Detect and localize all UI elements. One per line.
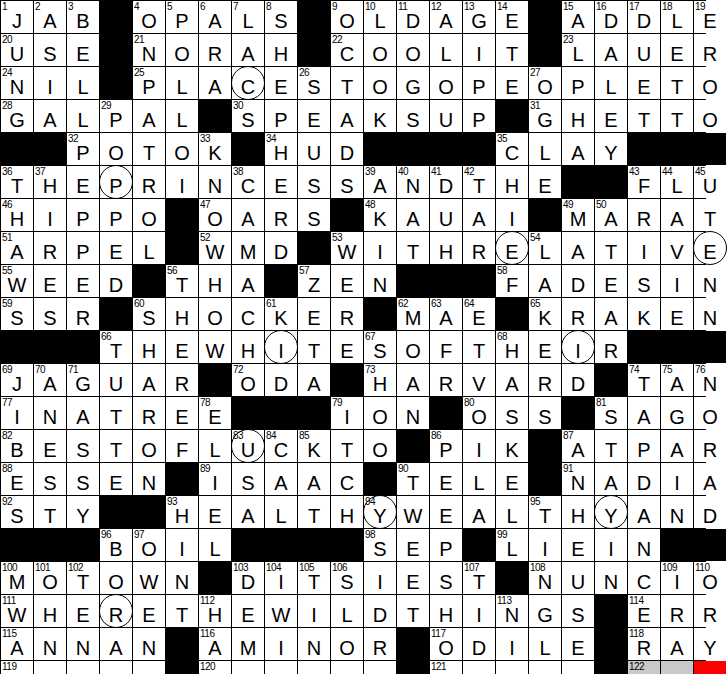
grid-cell[interactable]: O xyxy=(133,430,165,462)
grid-cell[interactable]: C xyxy=(628,562,660,594)
grid-cell[interactable]: I xyxy=(298,595,330,627)
grid-cell[interactable]: A xyxy=(232,496,264,528)
grid-cell[interactable]: 51A xyxy=(1,232,33,264)
grid-cell[interactable]: E xyxy=(463,661,495,674)
grid-cell[interactable]: N xyxy=(34,397,66,429)
grid-cell[interactable]: 114E xyxy=(628,595,660,627)
grid-cell[interactable]: 83U xyxy=(232,430,264,462)
grid-cell[interactable]: 100M xyxy=(1,562,33,594)
grid-cell[interactable]: 9O xyxy=(331,1,363,33)
grid-cell[interactable]: 34H xyxy=(265,133,297,165)
grid-cell[interactable]: 63A xyxy=(430,298,462,330)
grid-cell[interactable]: A xyxy=(694,463,726,495)
grid-cell[interactable]: L xyxy=(166,67,198,99)
grid-cell[interactable]: 52W xyxy=(199,232,231,264)
grid-cell[interactable]: 62M xyxy=(397,298,429,330)
grid-cell[interactable]: P xyxy=(430,529,462,561)
grid-cell[interactable]: V xyxy=(661,232,693,264)
grid-cell[interactable]: 61K xyxy=(265,298,297,330)
grid-cell[interactable]: G xyxy=(397,67,429,99)
grid-cell[interactable]: E xyxy=(496,232,528,264)
grid-cell[interactable]: W xyxy=(133,562,165,594)
grid-cell[interactable]: I xyxy=(661,265,693,297)
grid-cell[interactable]: N xyxy=(265,661,297,674)
grid-cell[interactable]: T xyxy=(397,232,429,264)
grid-cell[interactable]: 73H xyxy=(364,364,396,396)
grid-cell[interactable]: M xyxy=(232,232,264,264)
grid-cell[interactable]: U xyxy=(298,133,330,165)
grid-cell[interactable]: A xyxy=(529,265,561,297)
grid-cell[interactable]: E xyxy=(529,661,561,674)
grid-cell[interactable]: 95T xyxy=(529,496,561,528)
grid-cell[interactable]: S xyxy=(430,562,462,594)
grid-cell[interactable]: D xyxy=(694,496,726,528)
grid-cell[interactable]: O xyxy=(199,298,231,330)
grid-cell[interactable]: E xyxy=(430,496,462,528)
grid-cell[interactable]: H xyxy=(430,595,462,627)
grid-cell[interactable]: 70A xyxy=(34,364,66,396)
grid-cell[interactable]: A xyxy=(562,232,594,264)
grid-cell[interactable]: R xyxy=(595,331,627,363)
grid-cell[interactable]: S xyxy=(34,34,66,66)
grid-cell[interactable]: 105T xyxy=(298,562,330,594)
grid-cell[interactable]: 106S xyxy=(331,562,363,594)
grid-cell[interactable]: 5P xyxy=(166,1,198,33)
grid-cell[interactable]: 68H xyxy=(496,331,528,363)
grid-cell[interactable]: 88E xyxy=(1,463,33,495)
grid-cell[interactable]: 65K xyxy=(529,298,561,330)
grid-cell[interactable]: O xyxy=(331,628,363,660)
grid-cell[interactable]: E xyxy=(661,298,693,330)
grid-cell[interactable]: U xyxy=(100,364,132,396)
grid-cell[interactable]: P xyxy=(463,100,495,132)
grid-cell[interactable]: C xyxy=(232,298,264,330)
grid-cell[interactable]: A xyxy=(397,364,429,396)
grid-cell[interactable]: 43F xyxy=(628,166,660,198)
grid-cell[interactable]: K xyxy=(298,661,330,674)
grid-cell[interactable]: 49M xyxy=(562,199,594,231)
grid-cell[interactable]: R xyxy=(364,628,396,660)
grid-cell[interactable]: 40N xyxy=(397,166,429,198)
grid-cell[interactable]: 30S xyxy=(232,100,264,132)
grid-cell[interactable]: O xyxy=(694,67,726,99)
grid-cell[interactable]: 21N xyxy=(133,34,165,66)
grid-cell[interactable]: T xyxy=(661,67,693,99)
grid-cell[interactable]: R xyxy=(562,298,594,330)
grid-cell[interactable]: E xyxy=(34,430,66,462)
grid-cell[interactable]: R xyxy=(562,661,594,674)
grid-cell[interactable]: A xyxy=(100,628,132,660)
grid-cell[interactable]: 103D xyxy=(232,562,264,594)
grid-cell[interactable]: R xyxy=(430,364,462,396)
grid-cell[interactable]: 96B xyxy=(100,529,132,561)
grid-cell[interactable]: 31G xyxy=(529,100,561,132)
grid-cell[interactable]: Y xyxy=(67,496,99,528)
grid-cell[interactable]: L xyxy=(133,232,165,264)
grid-cell[interactable]: D xyxy=(100,265,132,297)
grid-cell[interactable]: A xyxy=(661,430,693,462)
grid-cell[interactable]: 74T xyxy=(628,364,660,396)
grid-cell[interactable]: D xyxy=(265,232,297,264)
grid-cell[interactable]: S xyxy=(331,166,363,198)
grid-cell[interactable]: 32P xyxy=(67,133,99,165)
grid-cell[interactable]: S xyxy=(562,595,594,627)
grid-cell[interactable]: 79I xyxy=(331,397,363,429)
grid-cell[interactable]: 91N xyxy=(562,463,594,495)
grid-cell[interactable]: A xyxy=(265,463,297,495)
grid-cell[interactable]: 44L xyxy=(661,166,693,198)
grid-cell[interactable]: 69J xyxy=(1,364,33,396)
grid-cell[interactable]: 112H xyxy=(199,595,231,627)
grid-cell[interactable]: D xyxy=(265,364,297,396)
grid-cell[interactable]: L xyxy=(67,67,99,99)
grid-cell[interactable]: 7L xyxy=(232,1,264,33)
grid-cell[interactable]: 101O xyxy=(34,562,66,594)
grid-cell[interactable]: A xyxy=(298,463,330,495)
grid-cell[interactable]: H xyxy=(232,331,264,363)
grid-cell[interactable]: O xyxy=(133,199,165,231)
grid-cell[interactable]: T xyxy=(298,331,330,363)
grid-cell[interactable]: Y xyxy=(595,133,627,165)
grid-cell[interactable]: A xyxy=(463,496,495,528)
grid-cell[interactable]: O xyxy=(694,397,726,429)
grid-cell[interactable]: P xyxy=(67,232,99,264)
grid-cell[interactable]: E xyxy=(331,265,363,297)
grid-cell[interactable]: W xyxy=(397,496,429,528)
grid-cell[interactable]: 18L xyxy=(661,1,693,33)
grid-cell[interactable]: 109I xyxy=(661,562,693,594)
grid-cell[interactable]: P xyxy=(463,67,495,99)
grid-cell[interactable]: 76N xyxy=(694,364,726,396)
grid-cell[interactable]: L xyxy=(529,628,561,660)
grid-cell[interactable]: 39A xyxy=(364,166,396,198)
grid-cell[interactable]: A xyxy=(661,628,693,660)
grid-cell[interactable]: 120G xyxy=(199,661,231,674)
grid-cell[interactable]: T xyxy=(661,100,693,132)
grid-cell[interactable]: R xyxy=(133,166,165,198)
grid-cell[interactable]: 56T xyxy=(166,265,198,297)
grid-cell[interactable]: O xyxy=(430,67,462,99)
grid-cell[interactable]: S xyxy=(232,463,264,495)
grid-cell[interactable]: E xyxy=(661,34,693,66)
grid-cell[interactable]: S xyxy=(298,199,330,231)
grid-cell[interactable]: O xyxy=(166,34,198,66)
grid-cell[interactable]: E xyxy=(100,232,132,264)
grid-cell[interactable]: E xyxy=(199,496,231,528)
grid-cell[interactable]: 67S xyxy=(364,331,396,363)
grid-cell[interactable]: A xyxy=(595,463,627,495)
grid-cell[interactable]: D xyxy=(628,463,660,495)
grid-cell[interactable]: 90T xyxy=(397,463,429,495)
grid-cell[interactable]: 89I xyxy=(199,463,231,495)
grid-cell[interactable]: N xyxy=(628,529,660,561)
grid-cell[interactable]: D xyxy=(331,133,363,165)
grid-cell[interactable]: E xyxy=(529,166,561,198)
grid-cell[interactable]: O xyxy=(397,34,429,66)
grid-cell[interactable]: L xyxy=(331,595,363,627)
grid-cell[interactable]: 42T xyxy=(463,166,495,198)
grid-cell[interactable]: A xyxy=(34,100,66,132)
grid-cell[interactable]: E xyxy=(562,529,594,561)
grid-cell[interactable]: R xyxy=(463,232,495,264)
grid-cell[interactable]: 53W xyxy=(331,232,363,264)
grid-cell[interactable]: I xyxy=(34,67,66,99)
grid-cell[interactable]: 10L xyxy=(364,1,396,33)
grid-cell[interactable]: G xyxy=(331,661,363,674)
grid-cell[interactable]: 81S xyxy=(595,397,627,429)
grid-cell[interactable]: D xyxy=(562,364,594,396)
grid-cell[interactable]: T xyxy=(595,232,627,264)
grid-cell[interactable]: 33K xyxy=(199,133,231,165)
grid-cell[interactable]: P xyxy=(100,166,132,198)
grid-cell[interactable]: 47O xyxy=(199,199,231,231)
grid-cell[interactable]: T xyxy=(100,430,132,462)
grid-cell[interactable]: R xyxy=(694,595,726,627)
grid-cell[interactable]: N xyxy=(133,463,165,495)
grid-cell[interactable]: E xyxy=(67,34,99,66)
grid-cell[interactable]: I xyxy=(364,562,396,594)
grid-cell[interactable]: N xyxy=(694,265,726,297)
grid-cell[interactable]: E xyxy=(496,463,528,495)
grid-cell[interactable]: T xyxy=(100,397,132,429)
grid-cell[interactable]: S xyxy=(67,661,99,674)
grid-cell[interactable]: I xyxy=(166,529,198,561)
grid-cell[interactable]: 113N xyxy=(496,595,528,627)
grid-cell[interactable]: T xyxy=(397,595,429,627)
grid-cell[interactable]: I xyxy=(529,529,561,561)
grid-cell[interactable]: I xyxy=(265,628,297,660)
grid-cell[interactable]: O xyxy=(364,661,396,674)
grid-cell[interactable]: B xyxy=(496,661,528,674)
grid-cell[interactable]: R xyxy=(34,232,66,264)
grid-cell[interactable]: 97O xyxy=(133,529,165,561)
grid-cell[interactable]: L xyxy=(166,100,198,132)
grid-cell[interactable]: N xyxy=(397,397,429,429)
grid-cell[interactable]: 72O xyxy=(232,364,264,396)
grid-cell[interactable]: A xyxy=(595,34,627,66)
grid-cell[interactable]: E xyxy=(694,232,726,264)
grid-cell[interactable]: 8S xyxy=(265,1,297,33)
grid-cell[interactable]: 14E xyxy=(496,1,528,33)
grid-cell[interactable]: 17D xyxy=(628,1,660,33)
grid-cell[interactable]: T xyxy=(463,331,495,363)
grid-cell[interactable]: R xyxy=(661,595,693,627)
grid-cell[interactable]: A xyxy=(397,199,429,231)
grid-cell[interactable]: Y xyxy=(595,496,627,528)
grid-cell[interactable]: I xyxy=(628,232,660,264)
grid-cell[interactable]: I xyxy=(232,661,264,674)
grid-cell[interactable]: H xyxy=(166,298,198,330)
grid-cell[interactable]: 41D xyxy=(430,166,462,198)
grid-cell[interactable]: E xyxy=(562,628,594,660)
grid-cell[interactable]: 59S xyxy=(1,298,33,330)
grid-cell[interactable]: W xyxy=(265,595,297,627)
grid-cell[interactable]: A xyxy=(232,265,264,297)
grid-cell[interactable]: U xyxy=(430,100,462,132)
grid-cell[interactable]: E xyxy=(628,67,660,99)
grid-cell[interactable]: 85K xyxy=(298,430,330,462)
grid-cell[interactable]: T xyxy=(34,496,66,528)
grid-cell[interactable]: 116A xyxy=(199,628,231,660)
grid-cell[interactable]: E xyxy=(265,67,297,99)
grid-cell[interactable]: H xyxy=(265,34,297,66)
grid-cell[interactable]: R xyxy=(133,397,165,429)
grid-cell[interactable]: L xyxy=(265,496,297,528)
grid-cell[interactable]: A xyxy=(133,364,165,396)
grid-cell[interactable]: 110O xyxy=(694,562,726,594)
grid-cell[interactable]: H xyxy=(133,331,165,363)
grid-cell[interactable]: A xyxy=(661,199,693,231)
grid-cell[interactable]: L xyxy=(463,463,495,495)
grid-cell[interactable]: 92S xyxy=(1,496,33,528)
grid-cell[interactable]: W xyxy=(199,331,231,363)
grid-cell[interactable]: E xyxy=(133,595,165,627)
grid-cell[interactable]: H xyxy=(430,232,462,264)
grid-cell[interactable]: 82B xyxy=(1,430,33,462)
grid-cell[interactable]: A xyxy=(496,364,528,396)
grid-cell[interactable]: 28G xyxy=(1,100,33,132)
grid-cell[interactable]: H xyxy=(34,595,66,627)
grid-cell[interactable]: 118R xyxy=(628,628,660,660)
grid-cell[interactable]: I xyxy=(595,529,627,561)
grid-cell[interactable]: U xyxy=(628,34,660,66)
grid-cell[interactable]: G xyxy=(529,595,561,627)
grid-cell[interactable]: 107T xyxy=(463,562,495,594)
grid-cell[interactable]: O xyxy=(364,430,396,462)
grid-cell[interactable]: R xyxy=(67,298,99,330)
grid-cell[interactable]: A xyxy=(232,34,264,66)
grid-cell[interactable]: L xyxy=(430,34,462,66)
grid-cell[interactable]: 37H xyxy=(34,166,66,198)
grid-cell[interactable]: O xyxy=(694,100,726,132)
grid-cell[interactable]: 46H xyxy=(1,199,33,231)
grid-cell[interactable]: 19E xyxy=(694,1,726,33)
grid-cell[interactable]: E xyxy=(529,331,561,363)
grid-cell[interactable]: 48K xyxy=(364,199,396,231)
grid-cell[interactable]: O xyxy=(166,133,198,165)
grid-cell[interactable]: 94Y xyxy=(364,496,396,528)
grid-cell[interactable]: 35C xyxy=(496,133,528,165)
grid-cell[interactable]: A xyxy=(331,100,363,132)
grid-cell[interactable]: E xyxy=(34,265,66,297)
grid-cell[interactable]: A xyxy=(298,364,330,396)
grid-cell[interactable]: X xyxy=(694,661,726,674)
grid-cell[interactable]: O xyxy=(364,67,396,99)
grid-cell[interactable]: 29P xyxy=(100,100,132,132)
grid-cell[interactable]: N xyxy=(133,628,165,660)
grid-cell[interactable]: R xyxy=(628,199,660,231)
grid-cell[interactable]: L xyxy=(496,496,528,528)
grid-cell[interactable]: T xyxy=(133,133,165,165)
grid-cell[interactable]: I xyxy=(265,331,297,363)
grid-cell[interactable]: 64E xyxy=(463,298,495,330)
grid-cell[interactable]: T xyxy=(331,67,363,99)
grid-cell[interactable]: S xyxy=(496,397,528,429)
grid-cell[interactable]: 25P xyxy=(133,67,165,99)
grid-cell[interactable]: I xyxy=(496,628,528,660)
grid-cell[interactable]: 98S xyxy=(364,529,396,561)
grid-cell[interactable]: E xyxy=(166,397,198,429)
grid-cell[interactable]: 26S xyxy=(298,67,330,99)
grid-cell[interactable]: E xyxy=(100,463,132,495)
grid-cell[interactable]: S xyxy=(397,100,429,132)
grid-cell[interactable]: T xyxy=(628,100,660,132)
grid-cell[interactable]: E xyxy=(595,265,627,297)
grid-cell[interactable]: 57Z xyxy=(298,265,330,297)
grid-cell[interactable]: F xyxy=(166,430,198,462)
grid-cell[interactable]: T xyxy=(298,496,330,528)
grid-cell[interactable]: L xyxy=(529,133,561,165)
grid-cell[interactable]: E xyxy=(298,298,330,330)
grid-cell[interactable]: 11D xyxy=(397,1,429,33)
grid-cell[interactable]: E xyxy=(661,661,693,674)
grid-cell[interactable]: 20U xyxy=(1,34,33,66)
grid-cell[interactable]: H xyxy=(562,100,594,132)
grid-cell[interactable]: K xyxy=(628,298,660,330)
grid-cell[interactable]: A xyxy=(199,67,231,99)
grid-cell[interactable]: P xyxy=(265,100,297,132)
grid-cell[interactable]: M xyxy=(232,628,264,660)
grid-cell[interactable]: 84C xyxy=(265,430,297,462)
grid-cell[interactable]: S xyxy=(529,397,561,429)
grid-cell[interactable]: A xyxy=(562,133,594,165)
grid-cell[interactable]: K xyxy=(496,430,528,462)
grid-cell[interactable]: 24N xyxy=(1,67,33,99)
grid-cell[interactable]: L xyxy=(595,67,627,99)
grid-cell[interactable]: 117O xyxy=(430,628,462,660)
grid-cell[interactable]: D xyxy=(463,628,495,660)
grid-cell[interactable]: 71G xyxy=(67,364,99,396)
grid-cell[interactable]: H xyxy=(562,496,594,528)
grid-cell[interactable]: A xyxy=(628,397,660,429)
grid-cell[interactable]: E xyxy=(595,100,627,132)
grid-cell[interactable]: 122S xyxy=(628,661,660,674)
grid-cell[interactable]: E xyxy=(430,463,462,495)
grid-cell[interactable]: I xyxy=(562,331,594,363)
grid-cell[interactable]: 66T xyxy=(100,331,132,363)
grid-cell[interactable]: E xyxy=(496,67,528,99)
grid-cell[interactable]: P xyxy=(628,430,660,462)
grid-cell[interactable]: H xyxy=(496,166,528,198)
grid-cell[interactable]: T xyxy=(595,430,627,462)
grid-cell[interactable]: 12A xyxy=(430,1,462,33)
grid-cell[interactable]: 15A xyxy=(562,1,594,33)
grid-cell[interactable]: 16D xyxy=(595,1,627,33)
grid-cell[interactable]: S xyxy=(628,265,660,297)
grid-cell[interactable]: T xyxy=(496,34,528,66)
grid-cell[interactable]: 119H xyxy=(1,661,33,674)
grid-cell[interactable]: 38C xyxy=(232,166,264,198)
grid-cell[interactable]: T xyxy=(100,661,132,674)
grid-cell[interactable]: N xyxy=(166,562,198,594)
grid-cell[interactable]: E xyxy=(298,100,330,132)
grid-cell[interactable]: E xyxy=(331,331,363,363)
grid-cell[interactable]: 27O xyxy=(529,67,561,99)
grid-cell[interactable]: E xyxy=(67,265,99,297)
grid-cell[interactable]: 111W xyxy=(1,595,33,627)
grid-cell[interactable]: 86P xyxy=(430,430,462,462)
grid-cell[interactable]: S xyxy=(67,463,99,495)
grid-cell[interactable]: D xyxy=(364,595,396,627)
grid-cell[interactable]: S xyxy=(34,463,66,495)
grid-cell[interactable]: F xyxy=(430,331,462,363)
grid-cell[interactable]: A xyxy=(463,199,495,231)
grid-cell[interactable]: 121W xyxy=(430,661,462,674)
grid-cell[interactable]: 6A xyxy=(199,1,231,33)
grid-cell[interactable]: U xyxy=(430,199,462,231)
grid-cell[interactable]: 13G xyxy=(463,1,495,33)
grid-cell[interactable]: H xyxy=(331,496,363,528)
